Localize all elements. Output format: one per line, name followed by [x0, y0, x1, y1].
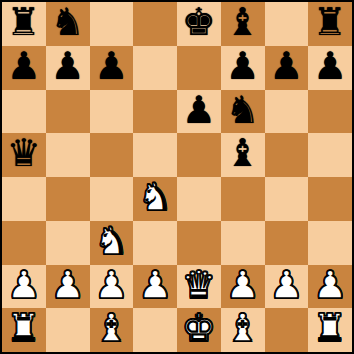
square-g3[interactable] — [265, 221, 309, 265]
square-f1[interactable]: ♝ — [221, 308, 265, 352]
square-g8[interactable] — [265, 2, 309, 46]
white-queen[interactable]: ♛ — [182, 265, 216, 308]
board-frame: ♜♞♚♝♜♟♟♟♟♟♟♟♞♛♝♞♞♟♟♟♟♛♟♟♟♜♝♚♝♜ — [0, 0, 354, 354]
square-b8[interactable]: ♞ — [46, 2, 90, 46]
square-h6[interactable] — [308, 90, 352, 134]
square-e6[interactable]: ♟ — [177, 90, 221, 134]
square-a2[interactable]: ♟ — [2, 265, 46, 309]
square-e7[interactable] — [177, 46, 221, 90]
square-a1[interactable]: ♜ — [2, 308, 46, 352]
square-g1[interactable] — [265, 308, 309, 352]
square-g6[interactable] — [265, 90, 309, 134]
black-pawn[interactable]: ♟ — [313, 46, 347, 89]
square-h4[interactable] — [308, 177, 352, 221]
square-g7[interactable]: ♟ — [265, 46, 309, 90]
square-a6[interactable] — [2, 90, 46, 134]
square-c3[interactable]: ♞ — [90, 221, 134, 265]
square-h5[interactable] — [308, 133, 352, 177]
white-bishop[interactable]: ♝ — [94, 308, 128, 351]
black-pawn[interactable]: ♟ — [94, 46, 128, 89]
white-rook[interactable]: ♜ — [313, 308, 347, 351]
square-b2[interactable]: ♟ — [46, 265, 90, 309]
black-pawn[interactable]: ♟ — [182, 90, 216, 133]
square-b5[interactable] — [46, 133, 90, 177]
white-pawn[interactable]: ♟ — [7, 265, 41, 308]
square-f8[interactable]: ♝ — [221, 2, 265, 46]
white-pawn[interactable]: ♟ — [94, 265, 128, 308]
square-b4[interactable] — [46, 177, 90, 221]
black-king[interactable]: ♚ — [182, 2, 216, 45]
square-e2[interactable]: ♛ — [177, 265, 221, 309]
black-pawn[interactable]: ♟ — [51, 46, 85, 89]
square-e5[interactable] — [177, 133, 221, 177]
square-a4[interactable] — [2, 177, 46, 221]
square-c8[interactable] — [90, 2, 134, 46]
square-a3[interactable] — [2, 221, 46, 265]
square-e4[interactable] — [177, 177, 221, 221]
black-rook[interactable]: ♜ — [7, 2, 41, 45]
white-pawn[interactable]: ♟ — [51, 265, 85, 308]
square-h3[interactable] — [308, 221, 352, 265]
square-b6[interactable] — [46, 90, 90, 134]
square-c1[interactable]: ♝ — [90, 308, 134, 352]
square-e3[interactable] — [177, 221, 221, 265]
black-pawn[interactable]: ♟ — [269, 46, 303, 89]
white-pawn[interactable]: ♟ — [226, 265, 260, 308]
chess-board: ♜♞♚♝♜♟♟♟♟♟♟♟♞♛♝♞♞♟♟♟♟♛♟♟♟♜♝♚♝♜ — [2, 2, 352, 352]
white-bishop[interactable]: ♝ — [226, 308, 260, 351]
black-queen[interactable]: ♛ — [7, 133, 41, 176]
square-e1[interactable]: ♚ — [177, 308, 221, 352]
square-c6[interactable] — [90, 90, 134, 134]
square-e8[interactable]: ♚ — [177, 2, 221, 46]
square-f6[interactable]: ♞ — [221, 90, 265, 134]
white-knight[interactable]: ♞ — [94, 221, 128, 264]
square-d1[interactable] — [133, 308, 177, 352]
square-b3[interactable] — [46, 221, 90, 265]
square-c7[interactable]: ♟ — [90, 46, 134, 90]
square-b7[interactable]: ♟ — [46, 46, 90, 90]
square-h2[interactable]: ♟ — [308, 265, 352, 309]
square-b1[interactable] — [46, 308, 90, 352]
square-d2[interactable]: ♟ — [133, 265, 177, 309]
square-c4[interactable] — [90, 177, 134, 221]
square-d4[interactable]: ♞ — [133, 177, 177, 221]
square-g5[interactable] — [265, 133, 309, 177]
white-pawn[interactable]: ♟ — [269, 265, 303, 308]
square-a8[interactable]: ♜ — [2, 2, 46, 46]
white-rook[interactable]: ♜ — [7, 308, 41, 351]
square-g2[interactable]: ♟ — [265, 265, 309, 309]
white-king[interactable]: ♚ — [182, 308, 216, 351]
square-g4[interactable] — [265, 177, 309, 221]
black-knight[interactable]: ♞ — [51, 2, 85, 45]
square-d8[interactable] — [133, 2, 177, 46]
square-a5[interactable]: ♛ — [2, 133, 46, 177]
black-bishop[interactable]: ♝ — [226, 133, 260, 176]
black-pawn[interactable]: ♟ — [7, 46, 41, 89]
black-knight[interactable]: ♞ — [226, 90, 260, 133]
square-f5[interactable]: ♝ — [221, 133, 265, 177]
white-pawn[interactable]: ♟ — [138, 265, 172, 308]
square-a7[interactable]: ♟ — [2, 46, 46, 90]
square-h1[interactable]: ♜ — [308, 308, 352, 352]
square-d3[interactable] — [133, 221, 177, 265]
square-c5[interactable] — [90, 133, 134, 177]
square-d6[interactable] — [133, 90, 177, 134]
square-d7[interactable] — [133, 46, 177, 90]
black-rook[interactable]: ♜ — [313, 2, 347, 45]
black-pawn[interactable]: ♟ — [226, 46, 260, 89]
square-h8[interactable]: ♜ — [308, 2, 352, 46]
white-knight[interactable]: ♞ — [138, 177, 172, 220]
square-d5[interactable] — [133, 133, 177, 177]
square-c2[interactable]: ♟ — [90, 265, 134, 309]
white-pawn[interactable]: ♟ — [313, 265, 347, 308]
square-f3[interactable] — [221, 221, 265, 265]
square-f4[interactable] — [221, 177, 265, 221]
square-f7[interactable]: ♟ — [221, 46, 265, 90]
black-bishop[interactable]: ♝ — [226, 2, 260, 45]
square-f2[interactable]: ♟ — [221, 265, 265, 309]
square-h7[interactable]: ♟ — [308, 46, 352, 90]
